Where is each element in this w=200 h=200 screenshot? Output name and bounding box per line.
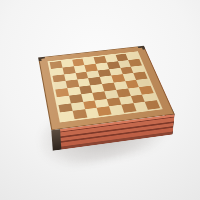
board-square <box>97 106 112 116</box>
board-square <box>55 88 69 97</box>
board-square <box>128 87 142 96</box>
board-square <box>72 109 86 119</box>
board-square <box>145 100 160 109</box>
board-square <box>79 85 93 94</box>
board-square <box>121 103 136 112</box>
board-square <box>93 91 107 100</box>
board-square <box>60 111 74 121</box>
board-square <box>136 79 150 87</box>
board-square <box>83 100 97 109</box>
board-square <box>58 103 72 112</box>
board-square <box>71 102 85 111</box>
checker-grid <box>48 51 163 122</box>
board-square <box>90 84 104 93</box>
board-square <box>95 99 109 108</box>
board-square <box>104 90 118 99</box>
board-square <box>88 77 102 85</box>
board-square <box>133 102 148 111</box>
board-square <box>109 105 124 115</box>
board-square <box>111 74 125 82</box>
board-square <box>116 88 130 97</box>
photo-background <box>0 0 200 200</box>
metal-corner-back-left-icon <box>38 57 45 61</box>
board-square <box>67 87 81 96</box>
board-square <box>81 93 95 102</box>
metal-corner-front-left-icon <box>51 129 61 151</box>
board-square <box>85 108 100 118</box>
board-square <box>72 59 85 67</box>
board-square <box>130 94 145 103</box>
board-square <box>142 93 157 102</box>
board-square <box>107 97 121 106</box>
board-square <box>98 69 111 77</box>
board-square <box>69 94 83 103</box>
board-square <box>117 60 130 68</box>
board-square <box>119 96 134 105</box>
board-square <box>57 96 71 105</box>
board-square <box>54 81 67 90</box>
board-square <box>139 86 154 95</box>
chess-box <box>38 46 175 131</box>
